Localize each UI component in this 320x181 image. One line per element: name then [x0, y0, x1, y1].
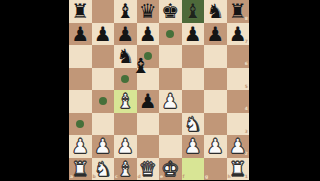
square-g2[interactable]: ♟ [204, 135, 227, 158]
video-frame: ♜♝♛♚♝♞8♜♟♟♟♟♟♟7♟♞65♝♟♟4♞3♟♟♟♟♟2♟a♜b♞c♝d♛… [0, 0, 320, 180]
square-d7[interactable]: ♟ [137, 23, 160, 46]
square-h3[interactable]: 3 [227, 113, 250, 136]
white-bishop-c1[interactable]: ♝ [114, 158, 137, 181]
square-e2[interactable] [159, 135, 182, 158]
square-f7[interactable]: ♟ [182, 23, 205, 46]
square-d4[interactable]: ♟ [137, 90, 160, 113]
white-pawn-a2[interactable]: ♟ [69, 135, 92, 158]
black-knight-g8[interactable]: ♞ [204, 0, 227, 23]
black-queen-d8[interactable]: ♛ [137, 0, 160, 23]
square-a2[interactable]: ♟ [69, 135, 92, 158]
square-c7[interactable]: ♟ [114, 23, 137, 46]
white-pawn-g2[interactable]: ♟ [204, 135, 227, 158]
square-h2[interactable]: 2♟ [227, 135, 250, 158]
square-h5[interactable]: 5 [227, 68, 250, 91]
square-g1[interactable]: g [204, 158, 227, 181]
white-king-e1[interactable]: ♚ [159, 158, 182, 181]
square-b5[interactable] [92, 68, 115, 91]
square-b7[interactable]: ♟ [92, 23, 115, 46]
square-g8[interactable]: ♞ [204, 0, 227, 23]
square-c3[interactable] [114, 113, 137, 136]
square-a7[interactable]: ♟ [69, 23, 92, 46]
black-pawn-d4[interactable]: ♟ [137, 90, 160, 113]
square-d3[interactable] [137, 113, 160, 136]
square-d8[interactable]: ♛ [137, 0, 160, 23]
square-e4[interactable]: ♟ [159, 90, 182, 113]
white-pawn-e4[interactable]: ♟ [159, 90, 182, 113]
white-knight-f3[interactable]: ♞ [182, 113, 205, 136]
square-b1[interactable]: b♞ [92, 158, 115, 181]
square-a4[interactable] [69, 90, 92, 113]
white-rook-a1[interactable]: ♜ [69, 158, 92, 181]
move-dot-c5[interactable] [121, 75, 129, 83]
square-h8[interactable]: 8♜ [227, 0, 250, 23]
square-g7[interactable]: ♟ [204, 23, 227, 46]
square-b6[interactable] [92, 45, 115, 68]
square-g6[interactable] [204, 45, 227, 68]
black-rook-h8[interactable]: ♜ [227, 0, 250, 23]
rank-label-6: 6 [245, 62, 248, 67]
rank-label-4: 4 [245, 107, 248, 112]
black-pawn-b7[interactable]: ♟ [92, 23, 115, 46]
square-h7[interactable]: 7♟ [227, 23, 250, 46]
black-king-e8[interactable]: ♚ [159, 0, 182, 23]
square-f4[interactable] [182, 90, 205, 113]
dragged-black-bishop[interactable]: ♝ [130, 56, 153, 79]
square-f1[interactable]: f [182, 158, 205, 181]
black-pawn-h7[interactable]: ♟ [227, 23, 250, 46]
square-d1[interactable]: d♛ [137, 158, 160, 181]
square-f3[interactable]: ♞ [182, 113, 205, 136]
square-f8[interactable]: ♝ [182, 0, 205, 23]
black-pawn-c7[interactable]: ♟ [114, 23, 137, 46]
black-pawn-g7[interactable]: ♟ [204, 23, 227, 46]
white-pawn-h2[interactable]: ♟ [227, 135, 250, 158]
square-e6[interactable] [159, 45, 182, 68]
square-g5[interactable] [204, 68, 227, 91]
chess-board: ♜♝♛♚♝♞8♜♟♟♟♟♟♟7♟♞65♝♟♟4♞3♟♟♟♟♟2♟a♜b♞c♝d♛… [69, 0, 249, 180]
file-label-g: g [205, 175, 208, 180]
white-queen-d1[interactable]: ♛ [137, 158, 160, 181]
white-rook-h1[interactable]: ♜ [227, 158, 250, 181]
square-b8[interactable] [92, 0, 115, 23]
square-f6[interactable] [182, 45, 205, 68]
square-c2[interactable]: ♟ [114, 135, 137, 158]
square-h4[interactable]: 4 [227, 90, 250, 113]
square-f5[interactable] [182, 68, 205, 91]
square-g4[interactable] [204, 90, 227, 113]
black-bishop-ghost-f8[interactable]: ♝ [182, 0, 205, 23]
square-g3[interactable] [204, 113, 227, 136]
black-pawn-f7[interactable]: ♟ [182, 23, 205, 46]
white-knight-b1[interactable]: ♞ [92, 158, 115, 181]
square-e1[interactable]: e♚ [159, 158, 182, 181]
square-h6[interactable]: 6 [227, 45, 250, 68]
black-bishop-c8[interactable]: ♝ [114, 0, 137, 23]
move-dot-b4[interactable] [99, 97, 107, 105]
square-b4[interactable] [92, 90, 115, 113]
square-a6[interactable] [69, 45, 92, 68]
move-dot-e7[interactable] [166, 30, 174, 38]
file-label-f: f [183, 175, 185, 180]
square-h1[interactable]: 1h♜ [227, 158, 250, 181]
square-d2[interactable] [137, 135, 160, 158]
square-e5[interactable] [159, 68, 182, 91]
square-f2[interactable]: ♟ [182, 135, 205, 158]
white-pawn-b2[interactable]: ♟ [92, 135, 115, 158]
square-b2[interactable]: ♟ [92, 135, 115, 158]
square-e3[interactable] [159, 113, 182, 136]
white-pawn-c2[interactable]: ♟ [114, 135, 137, 158]
square-a3[interactable] [69, 113, 92, 136]
rank-label-5: 5 [245, 85, 248, 90]
move-dot-a3[interactable] [76, 120, 84, 128]
black-pawn-d7[interactable]: ♟ [137, 23, 160, 46]
black-rook-a8[interactable]: ♜ [69, 0, 92, 23]
square-e7[interactable] [159, 23, 182, 46]
white-bishop-c4[interactable]: ♝ [114, 90, 137, 113]
square-a1[interactable]: a♜ [69, 158, 92, 181]
square-e8[interactable]: ♚ [159, 0, 182, 23]
black-pawn-a7[interactable]: ♟ [69, 23, 92, 46]
letterbox-left [0, 0, 69, 180]
square-c4[interactable]: ♝ [114, 90, 137, 113]
square-a8[interactable]: ♜ [69, 0, 92, 23]
white-pawn-f2[interactable]: ♟ [182, 135, 205, 158]
square-a5[interactable] [69, 68, 92, 91]
square-c8[interactable]: ♝ [114, 0, 137, 23]
letterbox-right [249, 0, 320, 180]
square-c1[interactable]: c♝ [114, 158, 137, 181]
square-b3[interactable] [92, 113, 115, 136]
